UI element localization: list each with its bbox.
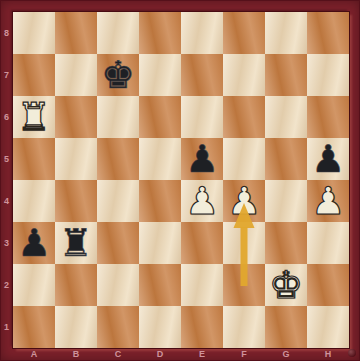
board-area: ♚♜♟♟♟♟♟♟♜♚: [13, 12, 349, 348]
rank-label-5: 5: [1, 153, 12, 165]
black-pawn-a3[interactable]: ♟: [13, 222, 55, 264]
square-g7[interactable]: [265, 54, 307, 96]
file-label-b: B: [55, 349, 97, 360]
chess-board-frame: ♚♜♟♟♟♟♟♟♜♚ 87654321ABCDEFGH: [0, 0, 360, 361]
square-b3[interactable]: ♜: [55, 222, 97, 264]
black-rook-b3[interactable]: ♜: [55, 222, 97, 264]
square-g4[interactable]: [265, 180, 307, 222]
square-c3[interactable]: [97, 222, 139, 264]
square-h2[interactable]: [307, 264, 349, 306]
rank-label-2: 2: [1, 279, 12, 291]
square-h3[interactable]: [307, 222, 349, 264]
square-g8[interactable]: [265, 12, 307, 54]
file-label-e: E: [181, 349, 223, 360]
rank-label-6: 6: [1, 111, 12, 123]
file-label-c: C: [97, 349, 139, 360]
chess-board: ♚♜♟♟♟♟♟♟♜♚: [13, 12, 349, 348]
corner-dot-icon: [348, 349, 356, 357]
square-e1[interactable]: [181, 306, 223, 348]
rank-label-4: 4: [1, 195, 12, 207]
file-label-d: D: [139, 349, 181, 360]
square-d5[interactable]: [139, 138, 181, 180]
square-e2[interactable]: [181, 264, 223, 306]
square-a2[interactable]: [13, 264, 55, 306]
file-label-g: G: [265, 349, 307, 360]
rank-label-8: 8: [1, 27, 12, 39]
square-b2[interactable]: [55, 264, 97, 306]
rank-label-7: 7: [1, 69, 12, 81]
square-e7[interactable]: [181, 54, 223, 96]
square-c5[interactable]: [97, 138, 139, 180]
square-f4[interactable]: ♟: [223, 180, 265, 222]
square-a8[interactable]: [13, 12, 55, 54]
square-a6[interactable]: ♜: [13, 96, 55, 138]
square-a3[interactable]: ♟: [13, 222, 55, 264]
file-label-h: H: [307, 349, 349, 360]
square-g5[interactable]: [265, 138, 307, 180]
square-e4[interactable]: ♟: [181, 180, 223, 222]
white-pawn-f4[interactable]: ♟: [223, 180, 265, 222]
square-h1[interactable]: [307, 306, 349, 348]
square-b1[interactable]: [55, 306, 97, 348]
rank-label-3: 3: [1, 237, 12, 249]
white-pawn-e4[interactable]: ♟: [181, 180, 223, 222]
square-f5[interactable]: [223, 138, 265, 180]
square-d2[interactable]: [139, 264, 181, 306]
square-b8[interactable]: [55, 12, 97, 54]
square-b7[interactable]: [55, 54, 97, 96]
square-g6[interactable]: [265, 96, 307, 138]
square-g3[interactable]: [265, 222, 307, 264]
square-f7[interactable]: [223, 54, 265, 96]
square-h4[interactable]: ♟: [307, 180, 349, 222]
square-c7[interactable]: ♚: [97, 54, 139, 96]
square-g2[interactable]: ♚: [265, 264, 307, 306]
square-e5[interactable]: ♟: [181, 138, 223, 180]
black-king-c7[interactable]: ♚: [97, 54, 139, 96]
rank-label-1: 1: [1, 321, 12, 333]
square-b4[interactable]: [55, 180, 97, 222]
square-a7[interactable]: [13, 54, 55, 96]
square-d3[interactable]: [139, 222, 181, 264]
square-b6[interactable]: [55, 96, 97, 138]
square-f8[interactable]: [223, 12, 265, 54]
black-pawn-e5[interactable]: ♟: [181, 138, 223, 180]
square-h8[interactable]: [307, 12, 349, 54]
white-king-g2[interactable]: ♚: [265, 264, 307, 306]
square-c4[interactable]: [97, 180, 139, 222]
black-pawn-h5[interactable]: ♟: [307, 138, 349, 180]
square-h5[interactable]: ♟: [307, 138, 349, 180]
white-pawn-h4[interactable]: ♟: [307, 180, 349, 222]
square-e3[interactable]: [181, 222, 223, 264]
square-f3[interactable]: [223, 222, 265, 264]
square-d7[interactable]: [139, 54, 181, 96]
square-h7[interactable]: [307, 54, 349, 96]
square-f6[interactable]: [223, 96, 265, 138]
square-a4[interactable]: [13, 180, 55, 222]
square-d8[interactable]: [139, 12, 181, 54]
square-c6[interactable]: [97, 96, 139, 138]
file-label-f: F: [223, 349, 265, 360]
square-d4[interactable]: [139, 180, 181, 222]
square-e8[interactable]: [181, 12, 223, 54]
square-a1[interactable]: [13, 306, 55, 348]
square-h6[interactable]: [307, 96, 349, 138]
square-d1[interactable]: [139, 306, 181, 348]
square-b5[interactable]: [55, 138, 97, 180]
white-rook-a6[interactable]: ♜: [13, 96, 55, 138]
square-c1[interactable]: [97, 306, 139, 348]
square-f2[interactable]: [223, 264, 265, 306]
square-c2[interactable]: [97, 264, 139, 306]
square-d6[interactable]: [139, 96, 181, 138]
square-g1[interactable]: [265, 306, 307, 348]
square-a5[interactable]: [13, 138, 55, 180]
square-c8[interactable]: [97, 12, 139, 54]
square-f1[interactable]: [223, 306, 265, 348]
square-e6[interactable]: [181, 96, 223, 138]
file-label-a: A: [13, 349, 55, 360]
